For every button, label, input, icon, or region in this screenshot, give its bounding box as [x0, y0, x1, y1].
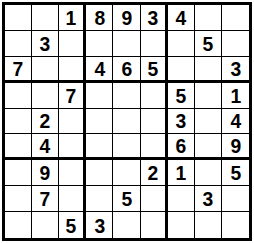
cell-r8c6-empty[interactable]	[141, 186, 168, 212]
cell-r4c8-empty[interactable]	[195, 83, 222, 109]
cell-r3c3-empty[interactable]	[59, 57, 86, 83]
digit: 4	[94, 58, 105, 79]
digit: 9	[40, 162, 51, 183]
cell-r2c7-empty[interactable]	[168, 31, 195, 57]
cell-r9c5-empty[interactable]	[113, 212, 140, 238]
cell-r8c5-given[interactable]: 5	[113, 186, 140, 212]
cell-r9c8-empty[interactable]	[195, 212, 222, 238]
cell-r7c1-empty[interactable]	[5, 160, 32, 186]
digit: 9	[230, 135, 241, 156]
cell-r4c9-given[interactable]: 1	[222, 83, 249, 109]
cell-r3c1-given[interactable]: 7	[5, 57, 32, 83]
cell-r1c9-empty[interactable]	[222, 5, 249, 31]
cell-r8c3-empty[interactable]	[59, 186, 86, 212]
cell-r3c4-given[interactable]: 4	[86, 57, 113, 83]
digit: 9	[121, 7, 132, 28]
cell-r7c8-empty[interactable]	[195, 160, 222, 186]
page: 189343574653751234469921575353	[0, 0, 254, 243]
cell-r5c9-given[interactable]: 4	[222, 109, 249, 135]
cell-r7c9-given[interactable]: 5	[222, 160, 249, 186]
digit: 3	[202, 188, 213, 209]
cell-r1c6-given[interactable]: 3	[141, 5, 168, 31]
cell-r7c6-given[interactable]: 2	[141, 160, 168, 186]
cell-r2c5-empty[interactable]	[113, 31, 140, 57]
cell-r4c1-empty[interactable]	[5, 83, 32, 109]
digit: 4	[40, 135, 51, 156]
cell-r6c9-given[interactable]: 9	[222, 134, 249, 160]
cell-r2c3-empty[interactable]	[59, 31, 86, 57]
cell-r3c5-given[interactable]: 6	[113, 57, 140, 83]
cell-r6c1-empty[interactable]	[5, 134, 32, 160]
digit: 1	[66, 7, 77, 28]
cell-r4c4-empty[interactable]	[86, 83, 113, 109]
cell-r7c4-empty[interactable]	[86, 160, 113, 186]
digit: 7	[40, 188, 51, 209]
cell-r6c6-empty[interactable]	[141, 134, 168, 160]
cell-r1c4-given[interactable]: 8	[86, 5, 113, 31]
digit: 5	[121, 188, 132, 209]
cell-r6c5-empty[interactable]	[113, 134, 140, 160]
digit: 3	[94, 215, 105, 236]
cell-r7c3-empty[interactable]	[59, 160, 86, 186]
digit: 5	[202, 33, 213, 54]
cell-r5c3-empty[interactable]	[59, 109, 86, 135]
cell-r1c8-empty[interactable]	[195, 5, 222, 31]
cell-r9c7-empty[interactable]	[168, 212, 195, 238]
cell-r1c3-given[interactable]: 1	[59, 5, 86, 31]
cell-r4c6-empty[interactable]	[141, 83, 168, 109]
cell-r4c2-empty[interactable]	[32, 83, 59, 109]
cell-r8c9-empty[interactable]	[222, 186, 249, 212]
cell-r8c1-empty[interactable]	[5, 186, 32, 212]
cell-r6c3-empty[interactable]	[59, 134, 86, 160]
cell-r9c6-empty[interactable]	[141, 212, 168, 238]
cell-r5c8-empty[interactable]	[195, 109, 222, 135]
cell-r2c4-empty[interactable]	[86, 31, 113, 57]
cell-r5c4-empty[interactable]	[86, 109, 113, 135]
sudoku-board: 189343574653751234469921575353	[2, 2, 252, 241]
cell-r2c6-empty[interactable]	[141, 31, 168, 57]
cell-r3c8-empty[interactable]	[195, 57, 222, 83]
cell-r9c9-empty[interactable]	[222, 212, 249, 238]
digit: 4	[175, 7, 186, 28]
cell-r1c5-given[interactable]: 9	[113, 5, 140, 31]
cell-r1c2-empty[interactable]	[32, 5, 59, 31]
cell-r4c3-given[interactable]: 7	[59, 83, 86, 109]
cell-r2c2-given[interactable]: 3	[32, 31, 59, 57]
cell-r1c7-given[interactable]: 4	[168, 5, 195, 31]
cell-r5c6-empty[interactable]	[141, 109, 168, 135]
cell-r8c2-given[interactable]: 7	[32, 186, 59, 212]
cell-r8c4-empty[interactable]	[86, 186, 113, 212]
cell-r2c9-empty[interactable]	[222, 31, 249, 57]
cell-r3c2-empty[interactable]	[32, 57, 59, 83]
cell-r1c1-empty[interactable]	[5, 5, 32, 31]
cell-r9c2-empty[interactable]	[32, 212, 59, 238]
digit: 7	[13, 58, 24, 79]
cell-r6c4-empty[interactable]	[86, 134, 113, 160]
cell-r8c7-empty[interactable]	[168, 186, 195, 212]
digit: 3	[40, 33, 51, 54]
digit: 3	[230, 58, 241, 79]
cell-r3c6-given[interactable]: 5	[141, 57, 168, 83]
cell-r6c2-given[interactable]: 4	[32, 134, 59, 160]
cell-r8c8-given[interactable]: 3	[195, 186, 222, 212]
cell-r5c1-empty[interactable]	[5, 109, 32, 135]
cell-r2c8-given[interactable]: 5	[195, 31, 222, 57]
cell-r4c5-empty[interactable]	[113, 83, 140, 109]
cell-r3c7-empty[interactable]	[168, 57, 195, 83]
digit: 5	[230, 162, 241, 183]
cell-r7c5-empty[interactable]	[113, 160, 140, 186]
digit: 1	[230, 85, 241, 106]
cell-r4c7-given[interactable]: 5	[168, 83, 195, 109]
digit: 8	[94, 7, 105, 28]
digit: 3	[147, 7, 158, 28]
digit: 7	[66, 85, 77, 106]
cell-r6c8-empty[interactable]	[195, 134, 222, 160]
digit: 6	[175, 135, 186, 156]
cell-r2c1-empty[interactable]	[5, 31, 32, 57]
digit: 2	[40, 110, 51, 131]
cell-r5c5-empty[interactable]	[113, 109, 140, 135]
digit: 3	[175, 110, 186, 131]
digit: 5	[147, 58, 158, 79]
cell-r3c9-given[interactable]: 3	[222, 57, 249, 83]
cell-r5c7-given[interactable]: 3	[168, 109, 195, 135]
cell-r9c4-given[interactable]: 3	[86, 212, 113, 238]
cell-r7c7-given[interactable]: 1	[168, 160, 195, 186]
cell-r9c1-empty[interactable]	[5, 212, 32, 238]
cell-r6c7-given[interactable]: 6	[168, 134, 195, 160]
cell-r9c3-given[interactable]: 5	[59, 212, 86, 238]
digit: 5	[175, 85, 186, 106]
digit: 1	[175, 162, 186, 183]
digit: 4	[230, 110, 241, 131]
cell-r5c2-given[interactable]: 2	[32, 109, 59, 135]
digit: 5	[66, 215, 77, 236]
digit: 6	[121, 58, 132, 79]
cell-r7c2-given[interactable]: 9	[32, 160, 59, 186]
digit: 2	[147, 162, 158, 183]
